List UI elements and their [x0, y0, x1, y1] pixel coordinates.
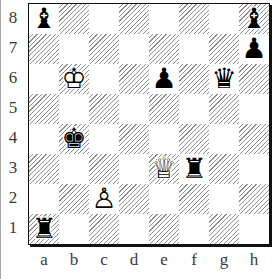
- square-h7[interactable]: ♟♟: [239, 34, 269, 64]
- piece-glyph: ♕: [149, 154, 179, 184]
- square-a2[interactable]: [29, 184, 59, 214]
- rank-label-3: 3: [2, 153, 24, 183]
- square-f6[interactable]: [179, 64, 209, 94]
- square-a3[interactable]: [29, 154, 59, 184]
- piece-glyph: ♝: [29, 4, 59, 34]
- rank-label-6: 6: [2, 63, 24, 93]
- square-d7[interactable]: [119, 34, 149, 64]
- square-c6[interactable]: [89, 64, 119, 94]
- piece-glyph: ♜: [29, 214, 59, 244]
- file-label-h: h: [239, 249, 269, 271]
- piece-glyph: ♝: [239, 4, 269, 34]
- square-f2[interactable]: [179, 184, 209, 214]
- square-a5[interactable]: [29, 94, 59, 124]
- page-edge-line: [0, 0, 1, 279]
- square-e3[interactable]: ♛♕: [149, 154, 179, 184]
- square-d2[interactable]: [119, 184, 149, 214]
- black-bishop[interactable]: ♝♝: [239, 4, 269, 34]
- black-king[interactable]: ♚♚: [59, 124, 89, 154]
- file-label-a: a: [29, 249, 59, 271]
- black-rook[interactable]: ♜♜: [29, 214, 59, 244]
- square-b3[interactable]: [59, 154, 89, 184]
- square-a1[interactable]: ♜♜: [29, 214, 59, 244]
- white-king[interactable]: ♚♔: [59, 64, 89, 94]
- rank-label-1: 1: [2, 213, 24, 243]
- square-f3[interactable]: ♜♜: [179, 154, 209, 184]
- square-h5[interactable]: [239, 94, 269, 124]
- square-c1[interactable]: [89, 214, 119, 244]
- black-pawn[interactable]: ♟♟: [149, 64, 179, 94]
- piece-glyph: ♛: [209, 64, 239, 94]
- square-d3[interactable]: [119, 154, 149, 184]
- piece-glyph: ♙: [89, 184, 119, 214]
- square-b5[interactable]: [59, 94, 89, 124]
- square-f1[interactable]: [179, 214, 209, 244]
- file-label-f: f: [179, 249, 209, 271]
- square-g4[interactable]: [209, 124, 239, 154]
- piece-glyph: ♟: [149, 64, 179, 94]
- white-pawn[interactable]: ♟♙: [89, 184, 119, 214]
- square-e8[interactable]: [149, 4, 179, 34]
- file-label-c: c: [89, 249, 119, 271]
- square-b1[interactable]: [59, 214, 89, 244]
- square-e1[interactable]: [149, 214, 179, 244]
- rank-label-8: 8: [2, 3, 24, 33]
- square-a8[interactable]: ♝♝: [29, 4, 59, 34]
- square-b7[interactable]: [59, 34, 89, 64]
- square-g2[interactable]: [209, 184, 239, 214]
- square-b8[interactable]: [59, 4, 89, 34]
- piece-glyph: ♔: [59, 64, 89, 94]
- square-f7[interactable]: [179, 34, 209, 64]
- square-e7[interactable]: [149, 34, 179, 64]
- square-g5[interactable]: [209, 94, 239, 124]
- square-c5[interactable]: [89, 94, 119, 124]
- rank-label-4: 4: [2, 123, 24, 153]
- square-c2[interactable]: ♟♙: [89, 184, 119, 214]
- black-queen[interactable]: ♛♛: [209, 64, 239, 94]
- square-g1[interactable]: [209, 214, 239, 244]
- square-f5[interactable]: [179, 94, 209, 124]
- black-rook[interactable]: ♜♜: [179, 154, 209, 184]
- square-b6[interactable]: ♚♔: [59, 64, 89, 94]
- square-b2[interactable]: [59, 184, 89, 214]
- black-pawn[interactable]: ♟♟: [239, 34, 269, 64]
- file-label-d: d: [119, 249, 149, 271]
- square-c3[interactable]: [89, 154, 119, 184]
- square-g3[interactable]: [209, 154, 239, 184]
- square-h3[interactable]: [239, 154, 269, 184]
- square-d1[interactable]: [119, 214, 149, 244]
- square-f8[interactable]: [179, 4, 209, 34]
- square-g7[interactable]: [209, 34, 239, 64]
- chess-board: ♝♝♝♝♟♟♚♔♟♟♛♛♚♚♛♕♜♜♟♙♜♜: [28, 3, 270, 245]
- piece-glyph: ♟: [239, 34, 269, 64]
- file-label-g: g: [209, 249, 239, 271]
- rank-label-7: 7: [2, 33, 24, 63]
- square-h8[interactable]: ♝♝: [239, 4, 269, 34]
- square-c7[interactable]: [89, 34, 119, 64]
- square-h4[interactable]: [239, 124, 269, 154]
- square-c4[interactable]: [89, 124, 119, 154]
- square-a6[interactable]: [29, 64, 59, 94]
- rank-label-2: 2: [2, 183, 24, 213]
- square-d5[interactable]: [119, 94, 149, 124]
- white-queen[interactable]: ♛♕: [149, 154, 179, 184]
- square-c8[interactable]: [89, 4, 119, 34]
- square-a4[interactable]: [29, 124, 59, 154]
- square-b4[interactable]: ♚♚: [59, 124, 89, 154]
- square-h6[interactable]: [239, 64, 269, 94]
- square-e2[interactable]: [149, 184, 179, 214]
- square-d6[interactable]: [119, 64, 149, 94]
- square-d4[interactable]: [119, 124, 149, 154]
- square-e5[interactable]: [149, 94, 179, 124]
- file-label-b: b: [59, 249, 89, 271]
- square-g8[interactable]: [209, 4, 239, 34]
- piece-glyph: ♜: [179, 154, 209, 184]
- chess-diagram: ♝♝♝♝♟♟♚♔♟♟♛♛♚♚♛♕♜♜♟♙♜♜ 87654321 abcdefgh: [0, 0, 279, 279]
- square-g6[interactable]: ♛♛: [209, 64, 239, 94]
- square-a7[interactable]: [29, 34, 59, 64]
- square-e4[interactable]: [149, 124, 179, 154]
- file-label-e: e: [149, 249, 179, 271]
- square-d8[interactable]: [119, 4, 149, 34]
- square-h2[interactable]: [239, 184, 269, 214]
- piece-glyph: ♚: [59, 124, 89, 154]
- rank-label-5: 5: [2, 93, 24, 123]
- square-f4[interactable]: [179, 124, 209, 154]
- square-e6[interactable]: ♟♟: [149, 64, 179, 94]
- black-bishop[interactable]: ♝♝: [29, 4, 59, 34]
- square-h1[interactable]: [239, 214, 269, 244]
